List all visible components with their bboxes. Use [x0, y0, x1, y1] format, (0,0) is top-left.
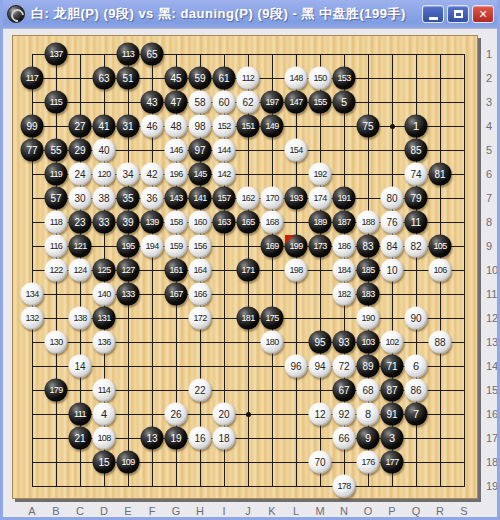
move-number: 106 — [433, 266, 446, 275]
move-number: 124 — [73, 266, 86, 275]
stone-white-6: 6 — [405, 355, 428, 378]
move-number: 120 — [97, 170, 110, 179]
move-number: 147 — [289, 98, 302, 107]
stone-white-198: 198 — [285, 259, 308, 282]
move-number: 91 — [386, 409, 397, 419]
stone-black-137: 137 — [45, 43, 68, 66]
stone-black-43: 43 — [141, 91, 164, 114]
move-number: 62 — [242, 97, 253, 107]
stone-white-84: 84 — [381, 235, 404, 258]
move-number: 22 — [194, 385, 205, 395]
move-number: 144 — [217, 146, 230, 155]
move-number: 24 — [74, 169, 85, 179]
stone-black-147: 147 — [285, 91, 308, 114]
move-number: 9 — [365, 433, 371, 444]
maximize-button[interactable] — [447, 5, 469, 23]
stone-black-177: 177 — [381, 451, 404, 474]
move-number: 180 — [265, 338, 278, 347]
column-label-O: O — [364, 505, 373, 517]
move-number: 159 — [169, 242, 182, 251]
move-number: 164 — [193, 266, 206, 275]
stone-black-175: 175 — [261, 307, 284, 330]
move-number: 140 — [97, 290, 110, 299]
move-number: 143 — [169, 194, 182, 203]
stone-black-111: 111 — [69, 403, 92, 426]
column-label-I: I — [222, 505, 225, 517]
stone-black-165: 165 — [237, 211, 260, 234]
stone-black-161: 161 — [165, 259, 188, 282]
row-label-1: 1 — [486, 48, 492, 60]
move-number: 188 — [361, 218, 374, 227]
stone-black-7: 7 — [405, 403, 428, 426]
stone-black-71: 71 — [381, 355, 404, 378]
move-number: 31 — [122, 121, 133, 131]
move-number: 178 — [337, 482, 350, 491]
move-number: 85 — [410, 145, 421, 155]
move-number: 36 — [146, 193, 157, 203]
stone-white-190: 190 — [357, 307, 380, 330]
stone-white-20: 20 — [213, 403, 236, 426]
stone-white-116: 116 — [45, 235, 68, 258]
stone-black-13: 13 — [141, 427, 164, 450]
stone-black-115: 115 — [45, 91, 68, 114]
stone-black-167: 167 — [165, 283, 188, 306]
move-number: 175 — [265, 314, 278, 323]
move-number: 43 — [146, 97, 157, 107]
move-number: 4 — [101, 409, 107, 420]
move-number: 108 — [97, 434, 110, 443]
stone-black-187: 187 — [333, 211, 356, 234]
move-number: 58 — [194, 97, 205, 107]
stone-white-8: 8 — [357, 403, 380, 426]
stone-white-98: 98 — [189, 115, 212, 138]
app-go-stone-icon — [7, 5, 25, 23]
stone-white-80: 80 — [381, 187, 404, 210]
stone-white-192: 192 — [309, 163, 332, 186]
move-number: 103 — [361, 338, 374, 347]
move-number: 134 — [25, 290, 38, 299]
move-number: 150 — [313, 74, 326, 83]
stone-white-90: 90 — [405, 307, 428, 330]
move-number: 154 — [289, 146, 302, 155]
move-number: 40 — [98, 145, 109, 155]
stone-black-15: 15 — [93, 451, 116, 474]
move-number: 87 — [386, 385, 397, 395]
stone-black-45: 45 — [165, 67, 188, 90]
move-number: 88 — [434, 337, 445, 347]
stone-black-91: 91 — [381, 403, 404, 426]
move-number: 195 — [121, 242, 134, 251]
move-number: 153 — [337, 74, 350, 83]
move-number: 27 — [74, 121, 85, 131]
row-label-3: 3 — [486, 96, 492, 108]
go-game-window: 白: 龙胆(P) (9段) vs 黑: dauning(P) (9段) - 黑 … — [0, 0, 500, 520]
move-number: 151 — [241, 122, 254, 131]
move-number: 39 — [122, 217, 133, 227]
stone-black-35: 35 — [117, 187, 140, 210]
move-number: 13 — [146, 433, 157, 443]
move-number: 8 — [365, 409, 371, 420]
star-point — [246, 412, 251, 417]
minimize-icon — [429, 17, 438, 20]
stone-black-191: 191 — [333, 187, 356, 210]
stone-black-39: 39 — [117, 211, 140, 234]
move-number: 173 — [313, 242, 326, 251]
stone-black-67: 67 — [333, 379, 356, 402]
close-button[interactable]: ✕ — [472, 5, 494, 23]
stone-black-5: 5 — [333, 91, 356, 114]
stone-white-94: 94 — [309, 355, 332, 378]
stone-white-108: 108 — [93, 427, 116, 450]
move-number: 176 — [361, 458, 374, 467]
row-label-12: 12 — [486, 312, 498, 324]
move-number: 165 — [241, 218, 254, 227]
move-number: 131 — [97, 314, 110, 323]
stone-black-57: 57 — [45, 187, 68, 210]
move-number: 90 — [410, 313, 421, 323]
move-number: 82 — [410, 241, 421, 251]
move-number: 86 — [410, 385, 421, 395]
stone-black-87: 87 — [381, 379, 404, 402]
stone-white-196: 196 — [165, 163, 188, 186]
stone-black-127: 127 — [117, 259, 140, 282]
move-number: 196 — [169, 170, 182, 179]
stone-white-150: 150 — [309, 67, 332, 90]
stone-white-188: 188 — [357, 211, 380, 234]
column-label-G: G — [172, 505, 181, 517]
stone-white-152: 152 — [213, 115, 236, 138]
column-label-P: P — [388, 505, 395, 517]
stone-black-97: 97 — [189, 139, 212, 162]
stone-white-26: 26 — [165, 403, 188, 426]
stone-white-106: 106 — [429, 259, 452, 282]
stone-black-141: 141 — [189, 187, 212, 210]
row-label-4: 4 — [486, 120, 492, 132]
move-number: 93 — [338, 337, 349, 347]
column-label-K: K — [268, 505, 275, 517]
row-label-8: 8 — [486, 216, 492, 228]
stone-black-139: 139 — [141, 211, 164, 234]
stone-black-197: 197 — [261, 91, 284, 114]
stone-white-122: 122 — [45, 259, 68, 282]
move-number: 5 — [341, 97, 347, 108]
stone-white-130: 130 — [45, 331, 68, 354]
stone-black-149: 149 — [261, 115, 284, 138]
stone-black-55: 55 — [45, 139, 68, 162]
move-number: 127 — [121, 266, 134, 275]
move-number: 189 — [313, 218, 326, 227]
move-number: 190 — [361, 314, 374, 323]
stone-black-19: 19 — [165, 427, 188, 450]
stone-white-96: 96 — [285, 355, 308, 378]
stone-white-34: 34 — [117, 163, 140, 186]
stone-white-162: 162 — [237, 187, 260, 210]
stone-black-93: 93 — [333, 331, 356, 354]
move-number: 171 — [241, 266, 254, 275]
stone-white-60: 60 — [213, 91, 236, 114]
move-number: 132 — [25, 314, 38, 323]
stone-black-47: 47 — [165, 91, 188, 114]
stone-black-151: 151 — [237, 115, 260, 138]
column-label-C: C — [76, 505, 84, 517]
stone-white-184: 184 — [333, 259, 356, 282]
stone-black-169: 169 — [261, 235, 284, 258]
move-number: 116 — [50, 242, 63, 251]
stone-black-51: 51 — [117, 67, 140, 90]
move-number: 38 — [98, 193, 109, 203]
row-label-15: 15 — [486, 384, 498, 396]
row-label-13: 13 — [486, 336, 498, 348]
stone-white-22: 22 — [189, 379, 212, 402]
move-number: 117 — [26, 74, 39, 83]
stone-white-140: 140 — [93, 283, 116, 306]
stone-black-23: 23 — [69, 211, 92, 234]
column-label-D: D — [100, 505, 108, 517]
stone-black-121: 121 — [69, 235, 92, 258]
move-number: 94 — [314, 361, 325, 371]
stone-white-172: 172 — [189, 307, 212, 330]
stone-black-173: 173 — [309, 235, 332, 258]
stone-white-38: 38 — [93, 187, 116, 210]
move-number: 191 — [337, 194, 350, 203]
row-label-5: 5 — [486, 144, 492, 156]
column-label-R: R — [436, 505, 444, 517]
move-number: 84 — [386, 241, 397, 251]
move-number: 139 — [145, 218, 158, 227]
stone-white-120: 120 — [93, 163, 116, 186]
move-number: 112 — [242, 74, 255, 83]
stone-black-103: 103 — [357, 331, 380, 354]
stone-white-14: 14 — [69, 355, 92, 378]
minimize-button[interactable] — [422, 5, 444, 23]
stone-black-195: 195 — [117, 235, 140, 258]
stone-black-21: 21 — [69, 427, 92, 450]
move-number: 30 — [74, 193, 85, 203]
move-number: 197 — [265, 98, 278, 107]
move-number: 92 — [338, 409, 349, 419]
stone-black-99: 99 — [21, 115, 44, 138]
move-number: 115 — [50, 98, 63, 107]
stone-black-105: 105 — [429, 235, 452, 258]
stone-black-27: 27 — [69, 115, 92, 138]
window-title: 白: 龙胆(P) (9段) vs 黑: dauning(P) (9段) - 黑 … — [31, 5, 422, 23]
column-label-Q: Q — [412, 505, 421, 517]
column-label-E: E — [124, 505, 131, 517]
stone-black-95: 95 — [309, 331, 332, 354]
move-number: 118 — [50, 218, 63, 227]
move-number: 15 — [98, 457, 109, 467]
stone-white-164: 164 — [189, 259, 212, 282]
move-number: 19 — [170, 433, 181, 443]
move-number: 71 — [386, 361, 397, 371]
move-number: 81 — [434, 169, 445, 179]
move-number: 12 — [314, 409, 325, 419]
move-number: 95 — [314, 337, 325, 347]
stone-white-136: 136 — [93, 331, 116, 354]
move-number: 167 — [169, 290, 182, 299]
move-number: 55 — [50, 145, 61, 155]
go-board[interactable]: 1371136511763514559611121481501531154347… — [12, 35, 478, 499]
row-label-2: 2 — [486, 72, 492, 84]
move-number: 75 — [362, 121, 373, 131]
stone-black-75: 75 — [357, 115, 380, 138]
stone-white-154: 154 — [285, 139, 308, 162]
stone-white-146: 146 — [165, 139, 188, 162]
stone-black-41: 41 — [93, 115, 116, 138]
move-number: 141 — [193, 194, 206, 203]
stone-white-68: 68 — [357, 379, 380, 402]
move-number: 111 — [74, 410, 86, 419]
move-number: 68 — [362, 385, 373, 395]
stone-white-180: 180 — [261, 331, 284, 354]
stone-black-119: 119 — [45, 163, 68, 186]
stone-black-83: 83 — [357, 235, 380, 258]
move-number: 177 — [385, 458, 398, 467]
move-number: 158 — [169, 218, 182, 227]
stone-white-132: 132 — [21, 307, 44, 330]
move-number: 157 — [217, 194, 230, 203]
move-number: 119 — [50, 170, 63, 179]
stone-black-181: 181 — [237, 307, 260, 330]
move-number: 63 — [98, 73, 109, 83]
move-number: 138 — [73, 314, 86, 323]
stone-black-1: 1 — [405, 115, 428, 138]
stone-white-24: 24 — [69, 163, 92, 186]
move-number: 194 — [145, 242, 158, 251]
move-number: 185 — [361, 266, 374, 275]
move-number: 80 — [386, 193, 397, 203]
move-number: 67 — [338, 385, 349, 395]
stone-black-29: 29 — [69, 139, 92, 162]
move-number: 45 — [170, 73, 181, 83]
move-number: 46 — [146, 121, 157, 131]
stone-black-145: 145 — [189, 163, 212, 186]
column-label-M: M — [315, 505, 324, 517]
column-label-J: J — [245, 505, 251, 517]
move-number: 114 — [98, 386, 111, 395]
stone-white-170: 170 — [261, 187, 284, 210]
row-label-10: 10 — [486, 264, 498, 276]
move-number: 89 — [362, 361, 373, 371]
stone-black-77: 77 — [21, 139, 44, 162]
move-number: 182 — [337, 290, 350, 299]
row-label-16: 16 — [486, 408, 498, 420]
move-number: 11 — [411, 217, 421, 227]
maximize-icon — [454, 10, 463, 18]
stone-white-58: 58 — [189, 91, 212, 114]
stone-black-185: 185 — [357, 259, 380, 282]
stone-white-92: 92 — [333, 403, 356, 426]
stone-white-114: 114 — [93, 379, 116, 402]
stone-white-112: 112 — [237, 67, 260, 90]
stone-white-72: 72 — [333, 355, 356, 378]
stone-black-157: 157 — [213, 187, 236, 210]
stone-white-124: 124 — [69, 259, 92, 282]
stone-black-163: 163 — [213, 211, 236, 234]
move-number: 170 — [265, 194, 278, 203]
column-label-S: S — [460, 505, 467, 517]
stone-white-48: 48 — [165, 115, 188, 138]
stone-black-85: 85 — [405, 139, 428, 162]
star-point — [390, 124, 395, 129]
move-number: 146 — [169, 146, 182, 155]
move-number: 152 — [217, 122, 230, 131]
stone-white-182: 182 — [333, 283, 356, 306]
move-number: 186 — [337, 242, 350, 251]
stone-black-81: 81 — [429, 163, 452, 186]
move-number: 172 — [193, 314, 206, 323]
move-number: 192 — [313, 170, 326, 179]
move-number: 20 — [218, 409, 229, 419]
stone-black-117: 117 — [21, 67, 44, 90]
move-number: 60 — [218, 97, 229, 107]
stone-white-82: 82 — [405, 235, 428, 258]
move-number: 14 — [74, 361, 85, 371]
move-number: 162 — [241, 194, 254, 203]
move-number: 145 — [193, 170, 206, 179]
stone-black-189: 189 — [309, 211, 332, 234]
stone-black-11: 11 — [405, 211, 428, 234]
move-number: 105 — [433, 242, 446, 251]
stone-white-102: 102 — [381, 331, 404, 354]
move-number: 133 — [121, 290, 134, 299]
move-number: 187 — [337, 218, 350, 227]
stone-black-131: 131 — [93, 307, 116, 330]
stone-black-109: 109 — [117, 451, 140, 474]
stone-black-171: 171 — [237, 259, 260, 282]
move-number: 26 — [170, 409, 181, 419]
stone-white-40: 40 — [93, 139, 116, 162]
stone-black-193: 193 — [285, 187, 308, 210]
move-number: 66 — [338, 433, 349, 443]
stone-white-46: 46 — [141, 115, 164, 138]
row-label-18: 18 — [486, 456, 498, 468]
client-area: 1371136511763514559611121481501531154347… — [0, 28, 500, 520]
stone-black-65: 65 — [141, 43, 164, 66]
row-label-17: 17 — [486, 432, 498, 444]
stone-white-148: 148 — [285, 67, 308, 90]
last-move-marker — [285, 235, 294, 244]
stone-white-12: 12 — [309, 403, 332, 426]
stone-white-10: 10 — [381, 259, 404, 282]
stone-black-179: 179 — [45, 379, 68, 402]
stone-white-76: 76 — [381, 211, 404, 234]
move-number: 21 — [74, 433, 85, 443]
stone-black-31: 31 — [117, 115, 140, 138]
move-number: 184 — [337, 266, 350, 275]
stone-white-86: 86 — [405, 379, 428, 402]
stone-black-3: 3 — [381, 427, 404, 450]
move-number: 83 — [362, 241, 373, 251]
move-number: 169 — [265, 242, 278, 251]
move-number: 102 — [385, 338, 398, 347]
column-label-A: A — [28, 505, 35, 517]
column-label-L: L — [293, 505, 299, 517]
move-number: 33 — [98, 217, 109, 227]
move-number: 65 — [146, 49, 157, 59]
move-number: 142 — [217, 170, 230, 179]
move-number: 61 — [218, 73, 229, 83]
move-number: 29 — [74, 145, 85, 155]
stone-white-18: 18 — [213, 427, 236, 450]
stone-white-134: 134 — [21, 283, 44, 306]
move-number: 98 — [194, 121, 205, 131]
move-number: 149 — [265, 122, 278, 131]
move-number: 77 — [26, 145, 37, 155]
column-label-H: H — [196, 505, 204, 517]
stone-white-158: 158 — [165, 211, 188, 234]
stone-black-33: 33 — [93, 211, 116, 234]
